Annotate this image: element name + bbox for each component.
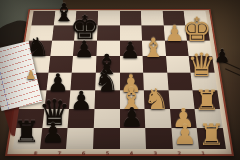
edge-label: 2 bbox=[177, 150, 181, 156]
board-square bbox=[165, 40, 189, 56]
board-square bbox=[145, 109, 172, 129]
board-square bbox=[44, 90, 71, 109]
board-square bbox=[171, 128, 199, 149]
board-square bbox=[187, 40, 212, 56]
board-square bbox=[166, 56, 191, 73]
board-square bbox=[69, 90, 95, 109]
board-square bbox=[94, 109, 120, 129]
board-square bbox=[143, 73, 168, 91]
board-square bbox=[94, 90, 119, 109]
board-square bbox=[13, 128, 42, 149]
board-square bbox=[120, 25, 143, 40]
board-square bbox=[53, 11, 76, 25]
board-square bbox=[184, 11, 208, 25]
board-square bbox=[96, 40, 119, 56]
board-square bbox=[120, 128, 147, 149]
board-square bbox=[120, 11, 142, 25]
edge-label: 1 bbox=[201, 150, 205, 156]
board-square bbox=[29, 25, 53, 40]
board-square bbox=[195, 109, 223, 129]
board-square bbox=[141, 11, 164, 25]
board-square bbox=[66, 128, 93, 149]
board-square bbox=[74, 25, 97, 40]
board-square bbox=[48, 56, 73, 73]
edge-label: 6 bbox=[82, 150, 86, 156]
board-square bbox=[162, 11, 185, 25]
board-square bbox=[164, 25, 188, 40]
board-square bbox=[120, 73, 144, 91]
board-square bbox=[197, 128, 226, 149]
board-square bbox=[95, 73, 119, 91]
edge-label: 5 bbox=[106, 150, 110, 156]
edge-label: 8 bbox=[34, 150, 38, 156]
board-square bbox=[186, 25, 210, 40]
board-square bbox=[120, 109, 146, 129]
board-square bbox=[52, 25, 76, 40]
board-square bbox=[120, 90, 145, 109]
board-square bbox=[170, 109, 197, 129]
board-square bbox=[50, 40, 74, 56]
board-square bbox=[93, 128, 120, 149]
board-square bbox=[142, 25, 165, 40]
board-square bbox=[145, 128, 172, 149]
board-coordinate-labels: 87654321 bbox=[23, 150, 215, 156]
edge-label: 4 bbox=[130, 150, 134, 156]
board-square bbox=[46, 73, 72, 91]
board-square bbox=[71, 73, 96, 91]
board-square bbox=[168, 90, 195, 109]
board-square bbox=[72, 56, 96, 73]
board-square bbox=[120, 40, 143, 56]
edge-label: 7 bbox=[58, 150, 62, 156]
board-square bbox=[120, 56, 144, 73]
board-square bbox=[143, 56, 167, 73]
board-square bbox=[75, 11, 98, 25]
board-square bbox=[191, 73, 217, 91]
edge-label: 3 bbox=[153, 150, 157, 156]
board-square bbox=[16, 109, 44, 129]
board-square bbox=[31, 11, 55, 25]
chess-board bbox=[13, 11, 226, 149]
board-square bbox=[42, 109, 69, 129]
board-square bbox=[142, 40, 166, 56]
board-square bbox=[144, 90, 170, 109]
board-square bbox=[189, 56, 215, 73]
board-square bbox=[68, 109, 95, 129]
board-square bbox=[96, 56, 120, 73]
board-square bbox=[73, 40, 97, 56]
board-square bbox=[97, 11, 119, 25]
chess-photo-scene: 87654321 ♝♚♟♚♞♟♟♝♝♛♟♞♟♟♝♞♜♛♟♟♜♟♟♜♟♟ bbox=[0, 0, 240, 160]
cable bbox=[225, 68, 240, 80]
board-square bbox=[97, 25, 120, 40]
board-square bbox=[193, 90, 220, 109]
board-square bbox=[40, 128, 68, 149]
board-square bbox=[167, 73, 193, 91]
